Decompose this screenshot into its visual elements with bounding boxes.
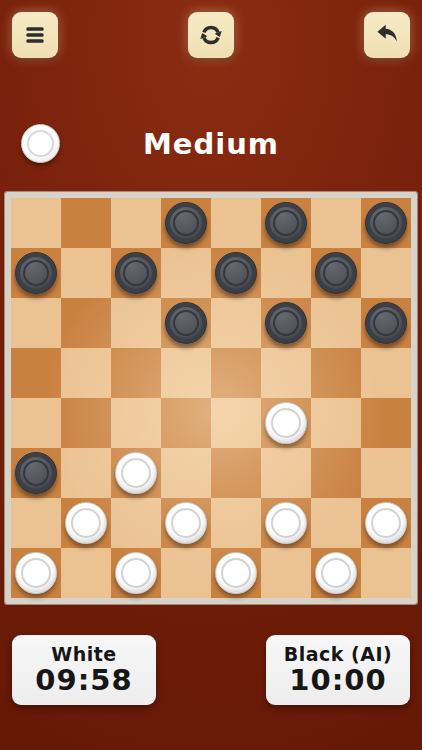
square-r6c0[interactable] (11, 498, 61, 548)
square-r2c2[interactable] (111, 298, 161, 348)
square-r2c3[interactable] (161, 298, 211, 348)
black-piece[interactable] (115, 252, 157, 294)
square-r3c7[interactable] (361, 348, 411, 398)
square-r2c5[interactable] (261, 298, 311, 348)
square-r7c0[interactable] (11, 548, 61, 598)
square-r7c3[interactable] (161, 548, 211, 598)
square-r3c3[interactable] (161, 348, 211, 398)
toolbar (12, 12, 410, 58)
square-r0c5[interactable] (261, 198, 311, 248)
menu-button[interactable] (12, 12, 58, 58)
hamburger-icon (22, 22, 48, 48)
black-clock-time: 10:00 (266, 665, 410, 697)
square-r5c7[interactable] (361, 448, 411, 498)
white-piece[interactable] (215, 552, 257, 594)
square-r4c3[interactable] (161, 398, 211, 448)
black-piece[interactable] (15, 452, 57, 494)
white-clock-time: 09:58 (12, 665, 156, 697)
square-r3c6[interactable] (311, 348, 361, 398)
square-r3c4[interactable] (211, 348, 261, 398)
board-frame (5, 192, 417, 604)
square-r1c3[interactable] (161, 248, 211, 298)
white-piece[interactable] (265, 502, 307, 544)
black-clock-panel: Black (AI) 10:00 (266, 635, 410, 705)
clocks-bar: White 09:58 Black (AI) 10:00 (12, 635, 410, 705)
board (11, 198, 411, 598)
square-r0c4[interactable] (211, 198, 261, 248)
square-r4c1[interactable] (61, 398, 111, 448)
square-r5c0[interactable] (11, 448, 61, 498)
square-r6c6[interactable] (311, 498, 361, 548)
white-piece[interactable] (165, 502, 207, 544)
square-r5c4[interactable] (211, 448, 261, 498)
square-r0c7[interactable] (361, 198, 411, 248)
black-piece[interactable] (165, 302, 207, 344)
square-r6c5[interactable] (261, 498, 311, 548)
square-r4c4[interactable] (211, 398, 261, 448)
black-piece[interactable] (365, 302, 407, 344)
black-piece[interactable] (265, 202, 307, 244)
square-r1c0[interactable] (11, 248, 61, 298)
square-r4c6[interactable] (311, 398, 361, 448)
square-r1c6[interactable] (311, 248, 361, 298)
square-r1c4[interactable] (211, 248, 261, 298)
square-r1c5[interactable] (261, 248, 311, 298)
black-clock-label: Black (AI) (266, 643, 410, 665)
square-r2c6[interactable] (311, 298, 361, 348)
square-r2c0[interactable] (11, 298, 61, 348)
black-piece[interactable] (215, 252, 257, 294)
black-piece[interactable] (15, 252, 57, 294)
square-r1c1[interactable] (61, 248, 111, 298)
square-r3c1[interactable] (61, 348, 111, 398)
black-piece[interactable] (365, 202, 407, 244)
square-r5c2[interactable] (111, 448, 161, 498)
square-r2c4[interactable] (211, 298, 261, 348)
square-r0c6[interactable] (311, 198, 361, 248)
square-r1c2[interactable] (111, 248, 161, 298)
white-piece[interactable] (265, 402, 307, 444)
white-piece[interactable] (15, 552, 57, 594)
square-r7c7[interactable] (361, 548, 411, 598)
square-r0c0[interactable] (11, 198, 61, 248)
square-r0c3[interactable] (161, 198, 211, 248)
undo-button[interactable] (364, 12, 410, 58)
white-piece[interactable] (315, 552, 357, 594)
white-piece[interactable] (115, 552, 157, 594)
square-r4c5[interactable] (261, 398, 311, 448)
undo-arrow-icon (374, 22, 400, 48)
square-r5c3[interactable] (161, 448, 211, 498)
white-clock-panel: White 09:58 (12, 635, 156, 705)
square-r6c1[interactable] (61, 498, 111, 548)
square-r6c2[interactable] (111, 498, 161, 548)
square-r6c4[interactable] (211, 498, 261, 548)
square-r3c2[interactable] (111, 348, 161, 398)
square-r6c7[interactable] (361, 498, 411, 548)
square-r6c3[interactable] (161, 498, 211, 548)
square-r5c6[interactable] (311, 448, 361, 498)
white-piece[interactable] (115, 452, 157, 494)
square-r7c5[interactable] (261, 548, 311, 598)
square-r0c1[interactable] (61, 198, 111, 248)
square-r3c5[interactable] (261, 348, 311, 398)
white-clock-label: White (12, 643, 156, 665)
white-turn-indicator-piece (21, 124, 60, 163)
square-r0c2[interactable] (111, 198, 161, 248)
square-r4c7[interactable] (361, 398, 411, 448)
square-r4c0[interactable] (11, 398, 61, 448)
square-r1c7[interactable] (361, 248, 411, 298)
square-r7c4[interactable] (211, 548, 261, 598)
black-piece[interactable] (165, 202, 207, 244)
white-piece[interactable] (65, 502, 107, 544)
square-r5c5[interactable] (261, 448, 311, 498)
square-r7c2[interactable] (111, 548, 161, 598)
restart-button[interactable] (188, 12, 234, 58)
square-r2c7[interactable] (361, 298, 411, 348)
square-r3c0[interactable] (11, 348, 61, 398)
refresh-icon (198, 22, 224, 48)
square-r2c1[interactable] (61, 298, 111, 348)
white-piece[interactable] (365, 502, 407, 544)
square-r7c1[interactable] (61, 548, 111, 598)
difficulty-label: Medium (0, 116, 422, 172)
black-piece[interactable] (315, 252, 357, 294)
square-r5c1[interactable] (61, 448, 111, 498)
square-r4c2[interactable] (111, 398, 161, 448)
black-piece[interactable] (265, 302, 307, 344)
square-r7c6[interactable] (311, 548, 361, 598)
status-bar: Medium (0, 116, 422, 172)
